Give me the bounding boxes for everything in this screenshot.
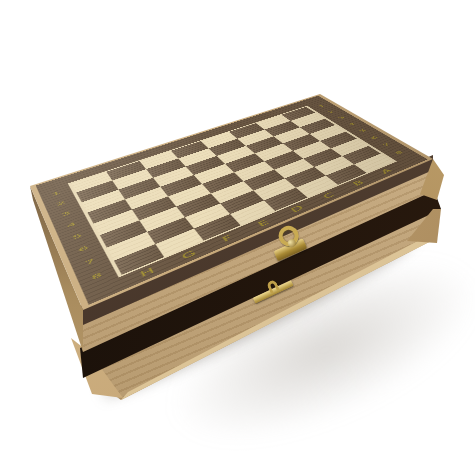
- scene: H11G22F33E44D55C66B77A88: [0, 0, 475, 475]
